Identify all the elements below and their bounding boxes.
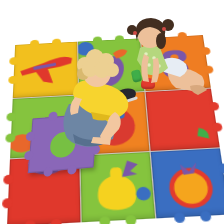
- jigsaw-tab: [126, 215, 137, 224]
- jigsaw-tab: [212, 123, 223, 132]
- jigsaw-tab: [51, 219, 62, 224]
- jigsaw-tab: [24, 220, 35, 224]
- girl-hair-tie: [133, 31, 137, 35]
- jigsaw-tab: [174, 212, 186, 223]
- product-photo: 8: [0, 0, 224, 224]
- girl-foot-sole: [190, 85, 207, 95]
- girl-hair-tie: [162, 27, 166, 31]
- jigsaw-tab: [99, 216, 110, 224]
- boy-curly-hair: [77, 49, 119, 80]
- boy-figure: [45, 42, 165, 160]
- jigsaw-tab: [209, 102, 220, 111]
